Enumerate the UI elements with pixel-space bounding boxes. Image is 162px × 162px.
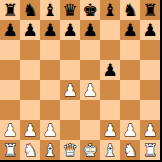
square-h1[interactable]: ♜	[140, 140, 160, 160]
square-a7[interactable]: ♟	[0, 20, 20, 40]
square-a1[interactable]: ♜	[0, 140, 20, 160]
square-c8[interactable]: ♝	[40, 0, 60, 20]
black-pawn-g7[interactable]: ♟	[120, 20, 140, 40]
square-d2[interactable]	[60, 120, 80, 140]
square-c2[interactable]: ♟	[40, 120, 60, 140]
square-b6[interactable]	[20, 40, 40, 60]
square-f1[interactable]: ♝	[100, 140, 120, 160]
white-king-e1[interactable]: ♚	[80, 140, 100, 160]
chess-board: ♜♞♝♛♚♝♞♜♟♟♟♟♟♟♟♟♟♟♟♟♟♟♟♟♜♞♝♛♚♝♞♜	[0, 0, 160, 160]
square-e6[interactable]	[80, 40, 100, 60]
square-c7[interactable]: ♟	[40, 20, 60, 40]
square-c5[interactable]	[40, 60, 60, 80]
white-pawn-e4[interactable]: ♟	[80, 80, 100, 100]
square-g1[interactable]: ♞	[120, 140, 140, 160]
white-knight-b1[interactable]: ♞	[20, 140, 40, 160]
square-e3[interactable]	[80, 100, 100, 120]
square-a2[interactable]: ♟	[0, 120, 20, 140]
white-pawn-c2[interactable]: ♟	[40, 120, 60, 140]
black-pawn-c7[interactable]: ♟	[40, 20, 60, 40]
square-d1[interactable]: ♛	[60, 140, 80, 160]
square-c3[interactable]	[40, 100, 60, 120]
square-d4[interactable]: ♟	[60, 80, 80, 100]
black-rook-a8[interactable]: ♜	[0, 0, 20, 20]
square-f2[interactable]: ♟	[100, 120, 120, 140]
square-e7[interactable]: ♟	[80, 20, 100, 40]
square-d6[interactable]	[60, 40, 80, 60]
white-pawn-d4[interactable]: ♟	[60, 80, 80, 100]
black-pawn-h7[interactable]: ♟	[140, 20, 160, 40]
white-pawn-a2[interactable]: ♟	[0, 120, 20, 140]
square-d3[interactable]	[60, 100, 80, 120]
white-pawn-h2[interactable]: ♟	[140, 120, 160, 140]
black-rook-h8[interactable]: ♜	[140, 0, 160, 20]
square-g2[interactable]: ♟	[120, 120, 140, 140]
square-g3[interactable]	[120, 100, 140, 120]
square-e5[interactable]	[80, 60, 100, 80]
square-a4[interactable]	[0, 80, 20, 100]
square-b1[interactable]: ♞	[20, 140, 40, 160]
square-h2[interactable]: ♟	[140, 120, 160, 140]
square-g5[interactable]	[120, 60, 140, 80]
square-a3[interactable]	[0, 100, 20, 120]
square-f7[interactable]	[100, 20, 120, 40]
square-f8[interactable]: ♝	[100, 0, 120, 20]
square-g4[interactable]	[120, 80, 140, 100]
square-f3[interactable]	[100, 100, 120, 120]
square-b4[interactable]	[20, 80, 40, 100]
square-f5[interactable]: ♟	[100, 60, 120, 80]
square-a6[interactable]	[0, 40, 20, 60]
black-bishop-f8[interactable]: ♝	[100, 0, 120, 20]
square-f6[interactable]	[100, 40, 120, 60]
square-c4[interactable]	[40, 80, 60, 100]
black-pawn-a7[interactable]: ♟	[0, 20, 20, 40]
black-pawn-b7[interactable]: ♟	[20, 20, 40, 40]
square-b2[interactable]: ♟	[20, 120, 40, 140]
black-pawn-e7[interactable]: ♟	[80, 20, 100, 40]
white-pawn-b2[interactable]: ♟	[20, 120, 40, 140]
square-c6[interactable]	[40, 40, 60, 60]
square-h4[interactable]	[140, 80, 160, 100]
white-rook-h1[interactable]: ♜	[140, 140, 160, 160]
square-g8[interactable]: ♞	[120, 0, 140, 20]
black-knight-g8[interactable]: ♞	[120, 0, 140, 20]
square-c1[interactable]: ♝	[40, 140, 60, 160]
white-queen-d1[interactable]: ♛	[60, 140, 80, 160]
black-pawn-d7[interactable]: ♟	[60, 20, 80, 40]
square-a5[interactable]	[0, 60, 20, 80]
white-pawn-f2[interactable]: ♟	[100, 120, 120, 140]
square-e4[interactable]: ♟	[80, 80, 100, 100]
square-h6[interactable]	[140, 40, 160, 60]
white-bishop-c1[interactable]: ♝	[40, 140, 60, 160]
square-h8[interactable]: ♜	[140, 0, 160, 20]
square-b8[interactable]: ♞	[20, 0, 40, 20]
square-b5[interactable]	[20, 60, 40, 80]
square-g7[interactable]: ♟	[120, 20, 140, 40]
chess-board-frame: ♜♞♝♛♚♝♞♜♟♟♟♟♟♟♟♟♟♟♟♟♟♟♟♟♜♞♝♛♚♝♞♜	[0, 0, 162, 162]
square-h7[interactable]: ♟	[140, 20, 160, 40]
white-rook-a1[interactable]: ♜	[0, 140, 20, 160]
square-e2[interactable]	[80, 120, 100, 140]
black-queen-d8[interactable]: ♛	[60, 0, 80, 20]
square-b3[interactable]	[20, 100, 40, 120]
square-g6[interactable]	[120, 40, 140, 60]
square-d8[interactable]: ♛	[60, 0, 80, 20]
square-e8[interactable]: ♚	[80, 0, 100, 20]
square-h3[interactable]	[140, 100, 160, 120]
square-h5[interactable]	[140, 60, 160, 80]
square-f4[interactable]	[100, 80, 120, 100]
black-knight-b8[interactable]: ♞	[20, 0, 40, 20]
white-knight-g1[interactable]: ♞	[120, 140, 140, 160]
square-d5[interactable]	[60, 60, 80, 80]
square-b7[interactable]: ♟	[20, 20, 40, 40]
black-bishop-c8[interactable]: ♝	[40, 0, 60, 20]
black-king-e8[interactable]: ♚	[80, 0, 100, 20]
white-bishop-f1[interactable]: ♝	[100, 140, 120, 160]
square-a8[interactable]: ♜	[0, 0, 20, 20]
black-pawn-f5[interactable]: ♟	[100, 60, 120, 80]
square-e1[interactable]: ♚	[80, 140, 100, 160]
white-pawn-g2[interactable]: ♟	[120, 120, 140, 140]
square-d7[interactable]: ♟	[60, 20, 80, 40]
